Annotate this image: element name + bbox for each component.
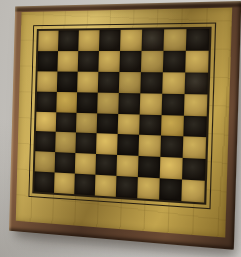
board-square-f6 xyxy=(140,72,163,93)
board-square-d5 xyxy=(97,92,119,113)
board-square-b7 xyxy=(57,51,78,71)
board-square-g3 xyxy=(160,136,183,158)
board-square-d2 xyxy=(95,154,117,176)
game-board xyxy=(9,1,241,250)
board-square-g8 xyxy=(163,29,186,51)
board-square-a6 xyxy=(37,71,57,91)
board-square-a5 xyxy=(36,91,56,112)
board-square-b5 xyxy=(56,92,77,113)
board-square-a2 xyxy=(35,151,55,172)
board-square-e6 xyxy=(119,72,141,93)
board-square-b8 xyxy=(58,30,79,51)
board-square-d1 xyxy=(95,175,117,197)
board-square-a7 xyxy=(38,51,58,71)
board-square-d7 xyxy=(98,51,120,72)
board-square-h5 xyxy=(184,94,207,116)
board-square-f2 xyxy=(138,156,160,178)
board-square-c3 xyxy=(75,133,96,154)
board-square-f3 xyxy=(138,135,160,157)
board-square-c4 xyxy=(76,112,97,133)
board-square-b2 xyxy=(55,152,76,173)
board-square-h8 xyxy=(186,29,209,51)
board-square-c6 xyxy=(77,71,98,92)
photo-background xyxy=(0,0,241,257)
board-square-c5 xyxy=(77,92,98,113)
board-square-f5 xyxy=(140,93,163,115)
board-square-b3 xyxy=(55,132,76,153)
board-square-e3 xyxy=(117,134,139,156)
board-square-a8 xyxy=(38,31,58,51)
board-square-h2 xyxy=(182,158,205,181)
board-square-h3 xyxy=(183,137,206,160)
gold-leaf-margin xyxy=(16,8,232,238)
board-square-c2 xyxy=(75,153,96,175)
board-square-f4 xyxy=(139,114,162,136)
board-square-d4 xyxy=(97,113,119,134)
board-square-g7 xyxy=(163,51,186,73)
board-square-d8 xyxy=(99,30,121,51)
board-square-h6 xyxy=(185,72,208,94)
board-square-f1 xyxy=(137,177,159,199)
board-square-b6 xyxy=(57,71,78,92)
board-square-d6 xyxy=(98,72,120,93)
board-square-g1 xyxy=(159,178,182,201)
board-square-a3 xyxy=(35,131,55,152)
board-square-e8 xyxy=(120,30,142,51)
board-square-h4 xyxy=(183,115,206,137)
board-square-f8 xyxy=(142,29,165,50)
board-square-e2 xyxy=(116,155,138,177)
board-square-d3 xyxy=(96,134,118,156)
board-square-g6 xyxy=(162,72,185,94)
pinstripe-border-inner xyxy=(32,27,211,205)
board-square-c8 xyxy=(78,30,99,51)
board-square-c1 xyxy=(74,174,95,196)
board-square-g5 xyxy=(162,93,185,115)
board-square-g4 xyxy=(161,115,184,137)
board-square-h7 xyxy=(185,51,208,73)
wooden-frame xyxy=(9,1,241,250)
board-square-e4 xyxy=(118,113,140,135)
board-square-e5 xyxy=(118,93,140,114)
board-square-b4 xyxy=(56,112,77,133)
checkerboard-grid xyxy=(34,29,209,203)
board-square-g2 xyxy=(160,157,183,179)
board-square-e1 xyxy=(116,176,138,198)
board-square-f7 xyxy=(141,51,164,72)
board-square-c7 xyxy=(78,51,99,72)
pinstripe-border-outer xyxy=(28,23,216,210)
board-square-b1 xyxy=(54,173,75,195)
board-square-a1 xyxy=(34,171,54,192)
board-square-h1 xyxy=(181,180,204,203)
board-square-a4 xyxy=(36,111,56,132)
board-square-e7 xyxy=(119,51,141,72)
